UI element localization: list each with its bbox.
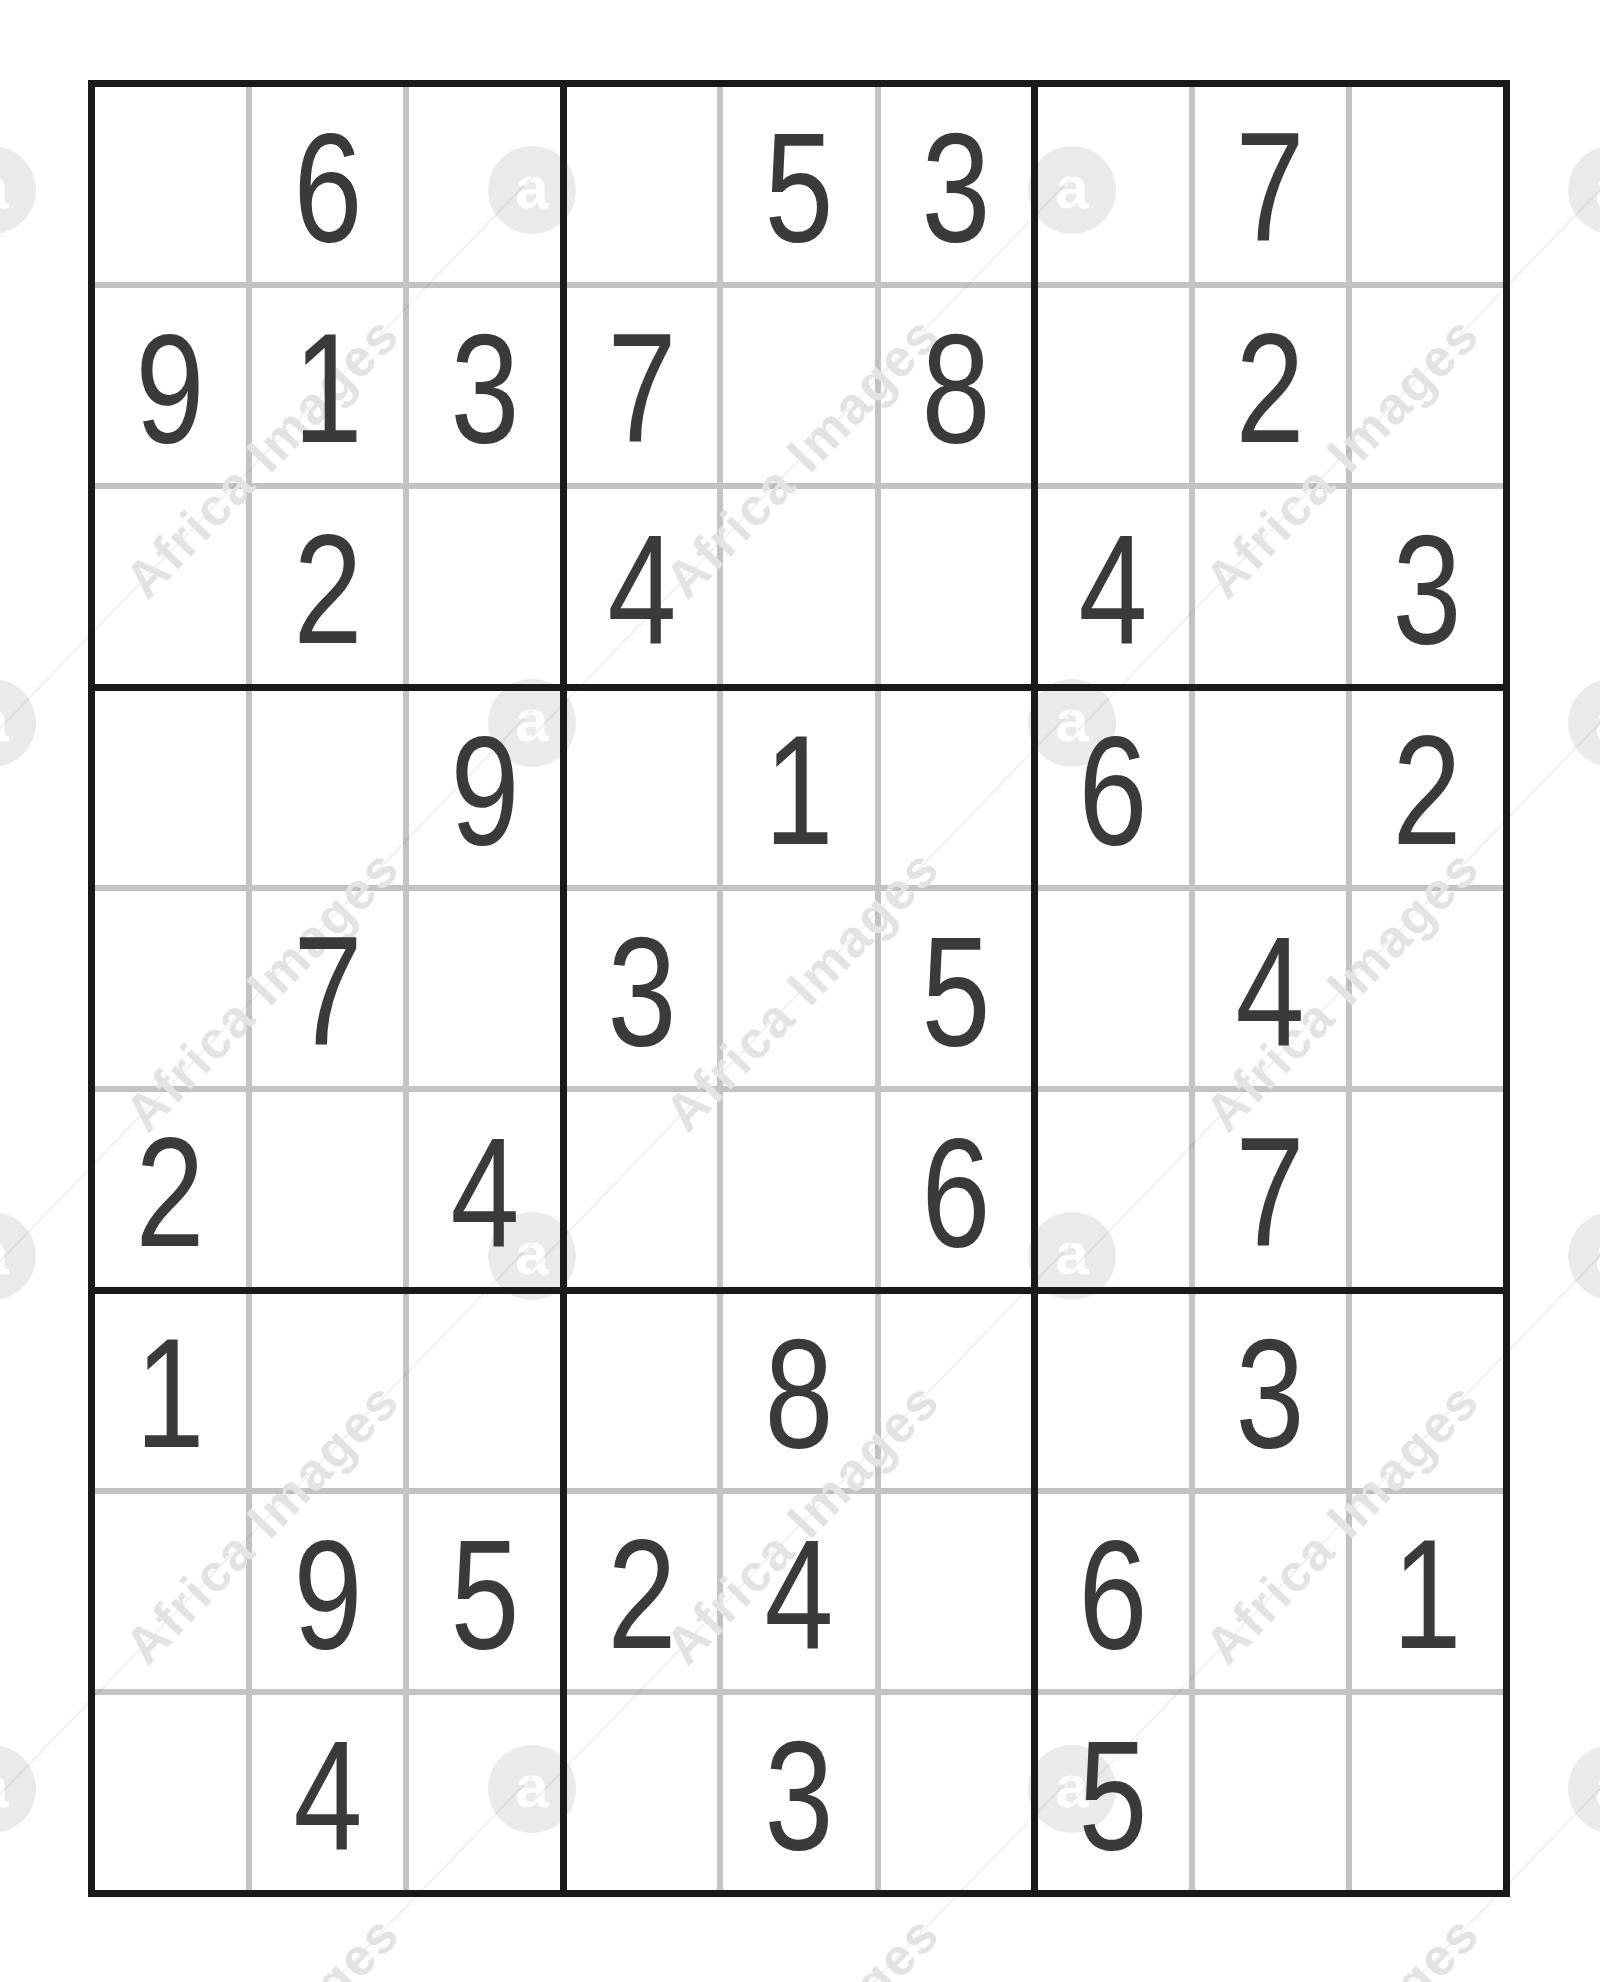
page: { "game": "sudoku", "position": { "rows"… [0,0,1600,1982]
cell-r1c6[interactable]: 3 [881,87,1032,282]
cell-r3c1[interactable] [95,489,246,684]
watermark-logo-icon: a [1568,146,1600,234]
cell-r9c3[interactable] [409,1695,560,1890]
cell-r1c4[interactable] [566,87,717,282]
cell-r5c8[interactable]: 4 [1195,891,1346,1086]
cell-digit: 6 [1079,1517,1148,1672]
cell-r2c9[interactable] [1352,288,1503,483]
cell-digit: 2 [136,1115,205,1270]
cell-digit: 5 [1079,1718,1148,1873]
box-divider-horizontal-1 [88,684,1510,691]
cell-r6c7[interactable] [1038,1092,1189,1287]
cell-r6c1[interactable]: 2 [95,1092,246,1287]
watermark-logo-icon: a [1568,1745,1600,1833]
cell-digit: 9 [136,311,205,466]
watermark-logo-glyph: a [0,691,9,751]
cell-r7c8[interactable]: 3 [1195,1293,1346,1488]
sudoku-board: 65379137822443916273542467183952461435 [88,80,1510,1897]
cell-r4c3[interactable]: 9 [409,690,560,885]
cell-digit: 5 [764,110,833,265]
cell-r4c4[interactable] [566,690,717,885]
watermark-logo-icon: a [0,146,36,234]
cell-r7c3[interactable] [409,1293,560,1488]
cell-r3c7[interactable]: 4 [1038,489,1189,684]
cell-digit: 2 [607,1517,676,1672]
box-divider-vertical-2 [1031,80,1038,1897]
box-divider-horizontal-2 [88,1287,1510,1294]
cell-digit: 3 [450,311,519,466]
cell-r6c6[interactable]: 6 [881,1092,1032,1287]
watermark-logo-icon: a [0,1212,36,1300]
cell-digit: 4 [607,512,676,667]
cell-r8c8[interactable] [1195,1494,1346,1689]
cell-r4c1[interactable] [95,690,246,885]
cell-r2c2[interactable]: 1 [252,288,403,483]
cell-r5c9[interactable] [1352,891,1503,1086]
cell-r8c2[interactable]: 9 [252,1494,403,1689]
cell-r7c7[interactable] [1038,1293,1189,1488]
watermark-text: Africa Images [653,1903,951,1982]
cell-r9c1[interactable] [95,1695,246,1890]
cell-r9c8[interactable] [1195,1695,1346,1890]
cell-r2c1[interactable]: 9 [95,288,246,483]
cell-r2c5[interactable] [723,288,874,483]
watermark-text: Africa Images [1193,1903,1491,1982]
cell-r4c6[interactable] [881,690,1032,885]
cell-digit: 8 [764,1316,833,1471]
cell-digit: 9 [450,713,519,868]
cell-r5c1[interactable] [95,891,246,1086]
watermark-logo-glyph: a [1595,1757,1600,1817]
watermark-logo-icon: a [1568,679,1600,767]
cell-r8c9[interactable]: 1 [1352,1494,1503,1689]
cell-r7c9[interactable] [1352,1293,1503,1488]
cell-r4c7[interactable]: 6 [1038,690,1189,885]
cell-r2c4[interactable]: 7 [566,288,717,483]
cell-r8c1[interactable] [95,1494,246,1689]
cell-digit: 1 [764,713,833,868]
cell-digit: 3 [764,1718,833,1873]
cell-r8c4[interactable]: 2 [566,1494,717,1689]
cell-r8c6[interactable] [881,1494,1032,1689]
sudoku-grid: 65379137822443916273542467183952461435 [95,87,1503,1890]
watermark-logo-glyph: a [0,1757,9,1817]
cell-r5c4[interactable]: 3 [566,891,717,1086]
cell-digit: 3 [1393,512,1462,667]
cell-r8c5[interactable]: 4 [723,1494,874,1689]
cell-r7c6[interactable] [881,1293,1032,1488]
cell-r6c3[interactable]: 4 [409,1092,560,1287]
watermark-logo-glyph: a [1595,158,1600,218]
cell-digit: 7 [1236,110,1305,265]
cell-digit: 3 [922,110,991,265]
cell-digit: 1 [1393,1517,1462,1672]
cell-digit: 3 [1236,1316,1305,1471]
watermark-logo-glyph: a [1595,1224,1600,1284]
cell-r3c9[interactable]: 3 [1352,489,1503,684]
cell-digit: 4 [1079,512,1148,667]
cell-r7c4[interactable] [566,1293,717,1488]
cell-digit: 5 [922,914,991,1069]
cell-digit: 9 [293,1517,362,1672]
watermark-logo-icon: a [1568,1212,1600,1300]
cell-r6c4[interactable] [566,1092,717,1287]
cell-r3c4[interactable]: 4 [566,489,717,684]
cell-r7c5[interactable]: 8 [723,1293,874,1488]
cell-r1c1[interactable] [95,87,246,282]
cell-r4c2[interactable] [252,690,403,885]
cell-r9c6[interactable] [881,1695,1032,1890]
cell-digit: 1 [136,1316,205,1471]
cell-r2c6[interactable]: 8 [881,288,1032,483]
cell-digit: 7 [1236,1115,1305,1270]
cell-r1c9[interactable] [1352,87,1503,282]
watermark-logo-glyph: a [0,1224,9,1284]
cell-r5c2[interactable]: 7 [252,891,403,1086]
cell-digit: 6 [922,1115,991,1270]
cell-r6c5[interactable] [723,1092,874,1287]
cell-r1c8[interactable]: 7 [1195,87,1346,282]
cell-digit: 4 [764,1517,833,1672]
cell-r1c7[interactable] [1038,87,1189,282]
cell-r4c5[interactable]: 1 [723,690,874,885]
cell-digit: 2 [1393,713,1462,868]
cell-r6c8[interactable]: 7 [1195,1092,1346,1287]
cell-r5c7[interactable] [1038,891,1189,1086]
cell-r9c5[interactable]: 3 [723,1695,874,1890]
cell-r9c7[interactable]: 5 [1038,1695,1189,1890]
cell-digit: 7 [293,914,362,1069]
cell-r3c3[interactable] [409,489,560,684]
cell-r3c5[interactable] [723,489,874,684]
cell-digit: 4 [293,1718,362,1873]
cell-digit: 5 [450,1517,519,1672]
cell-digit: 1 [293,311,362,466]
watermark-logo-icon: a [0,679,36,767]
cell-r1c3[interactable] [409,87,560,282]
cell-r9c2[interactable]: 4 [252,1695,403,1890]
cell-digit: 3 [607,914,676,1069]
cell-r7c1[interactable]: 1 [95,1293,246,1488]
cell-r3c8[interactable] [1195,489,1346,684]
cell-r8c3[interactable]: 5 [409,1494,560,1689]
watermark-text: Africa Images [113,1903,411,1982]
cell-r7c2[interactable] [252,1293,403,1488]
cell-r1c5[interactable]: 5 [723,87,874,282]
cell-r6c9[interactable] [1352,1092,1503,1287]
cell-r9c4[interactable] [566,1695,717,1890]
cell-r2c3[interactable]: 3 [409,288,560,483]
cell-r3c2[interactable]: 2 [252,489,403,684]
cell-r5c3[interactable] [409,891,560,1086]
cell-r8c7[interactable]: 6 [1038,1494,1189,1689]
cell-r4c9[interactable]: 2 [1352,690,1503,885]
watermark-logo-icon: a [0,1745,36,1833]
cell-digit: 6 [293,110,362,265]
cell-r3c6[interactable] [881,489,1032,684]
cell-digit: 2 [1236,311,1305,466]
cell-r5c5[interactable] [723,891,874,1086]
cell-r4c8[interactable] [1195,690,1346,885]
watermark-logo-glyph: a [1595,691,1600,751]
cell-r6c2[interactable] [252,1092,403,1287]
cell-r9c9[interactable] [1352,1695,1503,1890]
cell-r1c2[interactable]: 6 [252,87,403,282]
box-divider-vertical-1 [560,80,567,1897]
cell-digit: 7 [607,311,676,466]
cell-r5c6[interactable]: 5 [881,891,1032,1086]
cell-digit: 8 [922,311,991,466]
watermark-logo-glyph: a [0,158,9,218]
cell-r2c8[interactable]: 2 [1195,288,1346,483]
cell-digit: 4 [450,1115,519,1270]
cell-digit: 6 [1079,713,1148,868]
cell-digit: 4 [1236,914,1305,1069]
cell-digit: 2 [293,512,362,667]
cell-r2c7[interactable] [1038,288,1189,483]
